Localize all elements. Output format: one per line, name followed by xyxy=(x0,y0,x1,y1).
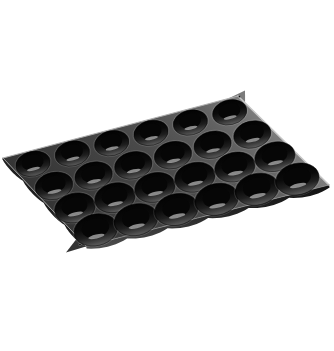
tab-hole-back xyxy=(239,96,241,98)
product-photo: 24-cavity round silicone baking mould xyxy=(0,0,334,351)
silicone-mould-illustration xyxy=(0,0,334,351)
